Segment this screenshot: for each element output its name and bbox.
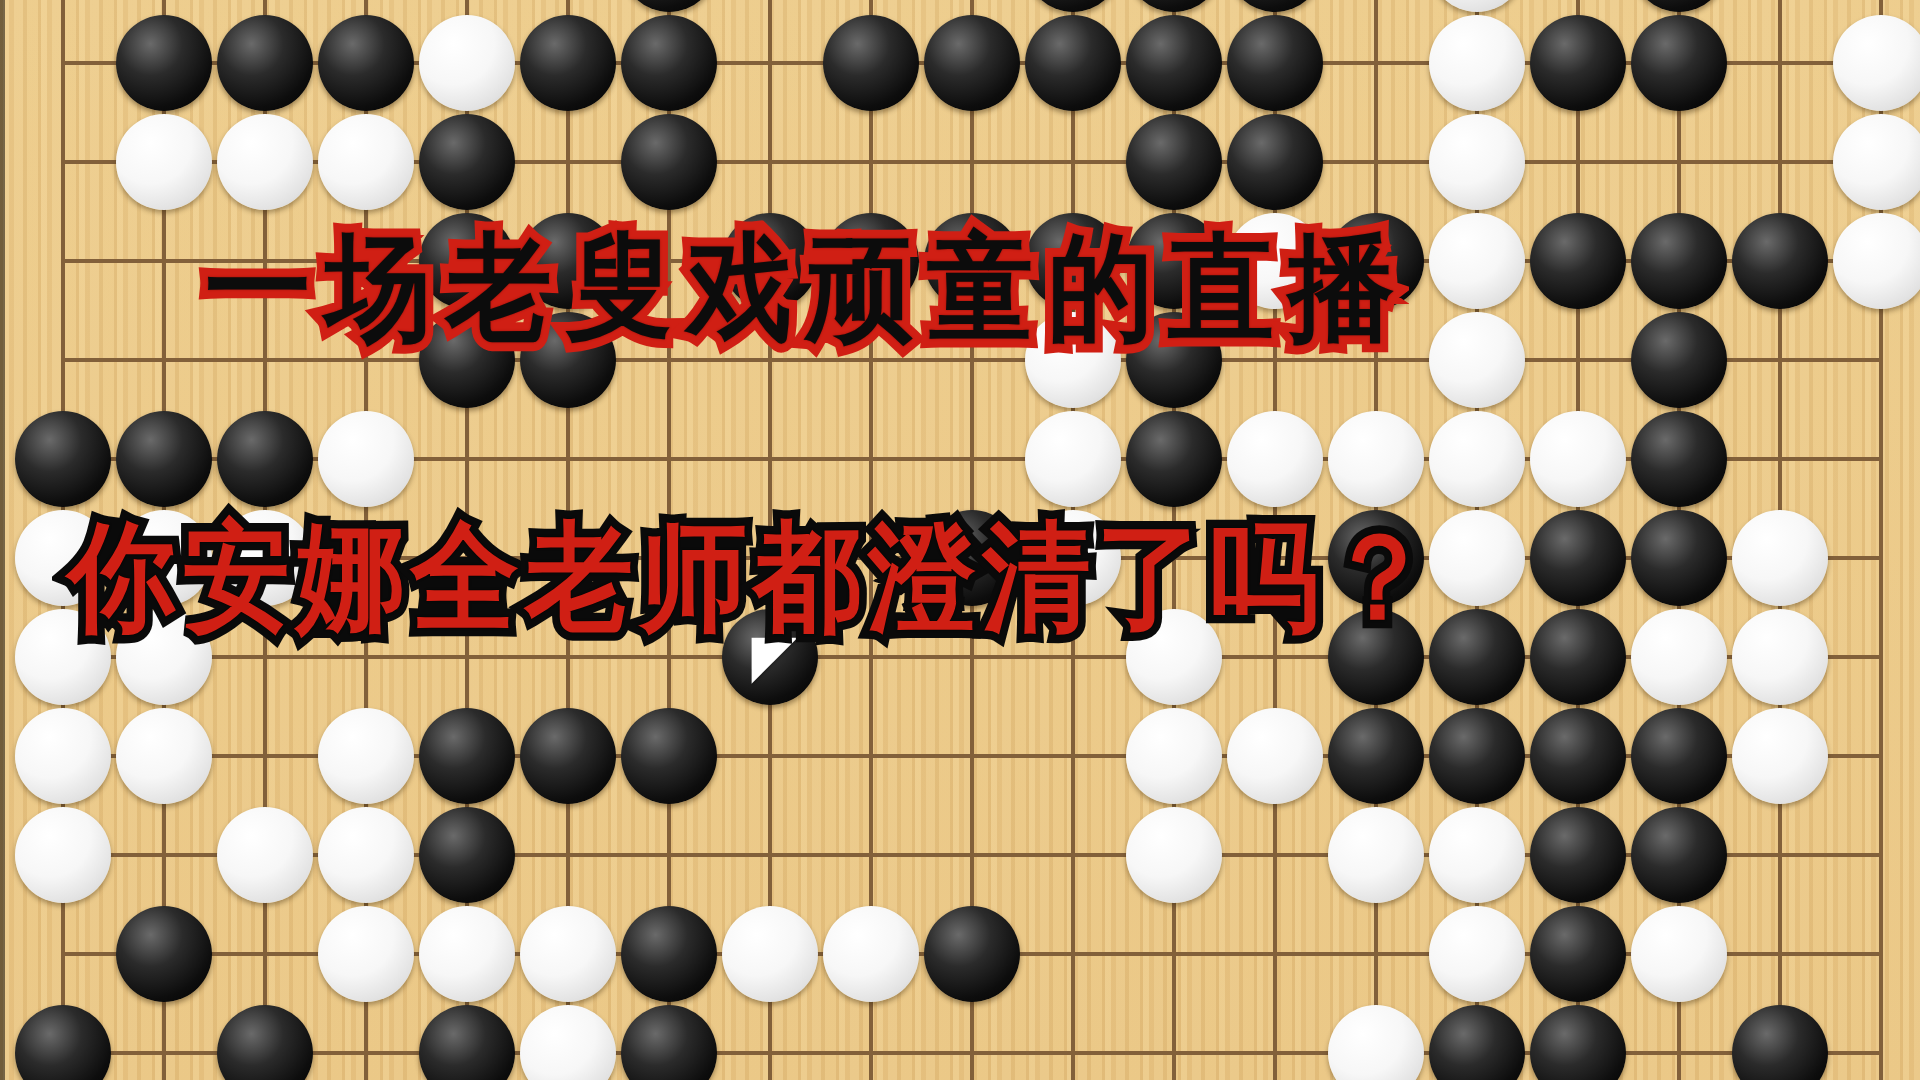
- black-stone: [520, 15, 616, 111]
- black-stone: [1530, 1005, 1626, 1080]
- white-stone: [318, 807, 414, 903]
- black-stone: [1631, 510, 1727, 606]
- white-stone: [520, 1005, 616, 1080]
- white-stone: [1328, 807, 1424, 903]
- white-stone: [1429, 114, 1525, 210]
- white-stone: [1429, 15, 1525, 111]
- black-stone: [15, 1005, 111, 1080]
- white-stone: [116, 708, 212, 804]
- black-stone: [217, 15, 313, 111]
- white-stone: [1328, 1005, 1424, 1080]
- white-stone: [1833, 15, 1920, 111]
- black-stone: [621, 906, 717, 1002]
- white-stone: [1227, 411, 1323, 507]
- black-stone: [1631, 312, 1727, 408]
- black-stone: [1631, 411, 1727, 507]
- black-stone: [1631, 213, 1727, 309]
- white-stone: [15, 807, 111, 903]
- black-stone: [318, 15, 414, 111]
- white-stone: [1429, 807, 1525, 903]
- black-stone: [1429, 609, 1525, 705]
- black-stone: [1631, 807, 1727, 903]
- black-stone: [1732, 1005, 1828, 1080]
- white-stone: [823, 906, 919, 1002]
- white-stone: [1429, 906, 1525, 1002]
- white-stone: [1227, 708, 1323, 804]
- black-stone: [1126, 411, 1222, 507]
- black-stone: [1429, 1005, 1525, 1080]
- white-stone: [1429, 0, 1525, 12]
- white-stone: [1833, 114, 1920, 210]
- black-stone: [621, 708, 717, 804]
- white-stone: [318, 708, 414, 804]
- white-stone: [419, 906, 515, 1002]
- black-stone: [15, 411, 111, 507]
- black-stone: [217, 1005, 313, 1080]
- black-stone: [520, 708, 616, 804]
- white-stone: [1328, 411, 1424, 507]
- black-stone: [823, 15, 919, 111]
- white-stone: [1732, 609, 1828, 705]
- black-stone: [1732, 213, 1828, 309]
- black-stone: [419, 708, 515, 804]
- white-stone: [1429, 312, 1525, 408]
- black-stone: [419, 807, 515, 903]
- black-stone: [1631, 0, 1727, 12]
- white-stone: [520, 906, 616, 1002]
- white-stone: [1429, 213, 1525, 309]
- black-stone: [116, 906, 212, 1002]
- black-stone: [1025, 15, 1121, 111]
- black-stone: [1530, 510, 1626, 606]
- white-stone: [116, 114, 212, 210]
- black-stone: [621, 1005, 717, 1080]
- black-stone: [621, 114, 717, 210]
- white-stone: [15, 708, 111, 804]
- white-stone: [1732, 708, 1828, 804]
- white-stone: [722, 906, 818, 1002]
- caption-line-2: 你安娜全老师都澄清了吗？: [68, 498, 1439, 658]
- black-stone: [621, 15, 717, 111]
- white-stone: [1126, 807, 1222, 903]
- black-stone: [1530, 807, 1626, 903]
- white-stone: [1530, 411, 1626, 507]
- black-stone: [924, 906, 1020, 1002]
- caption-line-1: 一场老叟戏顽童的直播: [205, 212, 1409, 369]
- white-stone: [318, 906, 414, 1002]
- white-stone: [1025, 411, 1121, 507]
- white-stone: [1429, 510, 1525, 606]
- frame-edge-strip: [0, 0, 5, 1080]
- black-stone: [1328, 708, 1424, 804]
- white-stone: [1429, 411, 1525, 507]
- black-stone: [1530, 213, 1626, 309]
- white-stone: [217, 807, 313, 903]
- black-stone: [1025, 0, 1121, 12]
- black-stone: [924, 15, 1020, 111]
- black-stone: [1530, 906, 1626, 1002]
- white-stone: [1732, 510, 1828, 606]
- white-stone: [419, 15, 515, 111]
- black-stone: [1530, 708, 1626, 804]
- black-stone: [1227, 114, 1323, 210]
- black-stone: [1631, 15, 1727, 111]
- white-stone: [1631, 609, 1727, 705]
- black-stone: [1126, 0, 1222, 12]
- black-stone: [419, 114, 515, 210]
- black-stone: [1227, 0, 1323, 12]
- white-stone: [318, 114, 414, 210]
- black-stone: [1530, 15, 1626, 111]
- white-stone: [217, 114, 313, 210]
- black-stone: [419, 1005, 515, 1080]
- black-stone: [621, 0, 717, 12]
- black-stone: [1429, 708, 1525, 804]
- black-stone: [116, 15, 212, 111]
- black-stone: [1126, 15, 1222, 111]
- black-stone: [116, 411, 212, 507]
- black-stone: [217, 411, 313, 507]
- black-stone: [1530, 609, 1626, 705]
- white-stone: [1126, 708, 1222, 804]
- white-stone: [1833, 213, 1920, 309]
- black-stone: [1631, 708, 1727, 804]
- white-stone: [318, 411, 414, 507]
- white-stone: [1631, 906, 1727, 1002]
- black-stone: [1227, 15, 1323, 111]
- black-stone: [1126, 114, 1222, 210]
